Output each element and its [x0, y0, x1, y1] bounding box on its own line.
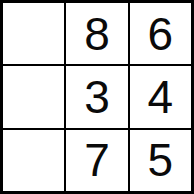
cell-r2c2: 3: [66, 66, 127, 127]
number-grid-board: 8 6 3 4 7 5: [0, 0, 194, 194]
cell-r1c1[interactable]: [3, 3, 64, 64]
cell-r3c1[interactable]: [3, 130, 64, 191]
cell-r1c3: 6: [130, 3, 191, 64]
cell-r1c2: 8: [66, 3, 127, 64]
cell-r3c3: 5: [130, 130, 191, 191]
cell-r3c2: 7: [66, 130, 127, 191]
cell-r2c1[interactable]: [3, 66, 64, 127]
cell-r2c3: 4: [130, 66, 191, 127]
